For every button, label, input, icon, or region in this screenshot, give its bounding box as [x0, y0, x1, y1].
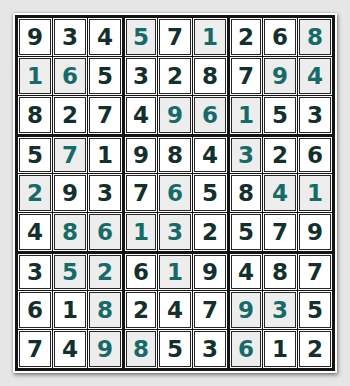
- cell-value: 9: [231, 292, 261, 328]
- cell-r6c5[interactable]: 3: [158, 213, 192, 251]
- cell-value: 3: [19, 255, 51, 289]
- cell-value: 2: [231, 19, 261, 55]
- cell-value: 3: [231, 138, 261, 172]
- cell-value: 3: [299, 97, 331, 133]
- page-background: 9345712681653287948274961535719843262937…: [0, 0, 350, 386]
- cell-r6c8[interactable]: 7: [263, 213, 297, 251]
- cell-r5c6[interactable]: 5: [193, 174, 227, 212]
- sudoku-board-card: 9345712681653287948274961535719843262937…: [13, 13, 337, 373]
- cell-value: 9: [89, 331, 121, 367]
- cell-r9c9[interactable]: 2: [298, 330, 332, 368]
- cell-r2c5[interactable]: 2: [158, 57, 192, 95]
- cell-r1c3[interactable]: 4: [88, 18, 122, 56]
- sudoku-grid: 9345712681653287948274961535719843262937…: [15, 15, 335, 371]
- cell-r1c4[interactable]: 5: [123, 18, 157, 56]
- cell-value: 2: [194, 214, 226, 250]
- cell-r5c4[interactable]: 7: [123, 174, 157, 212]
- cell-r4c4[interactable]: 9: [123, 135, 157, 173]
- cell-value: 9: [194, 255, 226, 289]
- cell-r6c2[interactable]: 8: [53, 213, 87, 251]
- cell-r1c1[interactable]: 9: [18, 18, 52, 56]
- cell-r7c7[interactable]: 4: [228, 252, 262, 290]
- cell-value: 4: [54, 331, 86, 367]
- cell-value: 8: [299, 19, 331, 55]
- cell-r5c9[interactable]: 1: [298, 174, 332, 212]
- cell-value: 5: [194, 175, 226, 211]
- cell-value: 4: [194, 138, 226, 172]
- cell-value: 7: [264, 214, 296, 250]
- cell-r8c6[interactable]: 7: [193, 291, 227, 329]
- cell-r9c3[interactable]: 9: [88, 330, 122, 368]
- cell-r5c8[interactable]: 4: [263, 174, 297, 212]
- cell-r9c1[interactable]: 7: [18, 330, 52, 368]
- cell-value: 7: [194, 292, 226, 328]
- cell-r4c1[interactable]: 5: [18, 135, 52, 173]
- cell-r3c6[interactable]: 6: [193, 96, 227, 134]
- cell-value: 9: [126, 138, 156, 172]
- cell-r9c8[interactable]: 1: [263, 330, 297, 368]
- cell-r9c2[interactable]: 4: [53, 330, 87, 368]
- cell-value: 8: [126, 331, 156, 367]
- cell-r9c6[interactable]: 3: [193, 330, 227, 368]
- cell-r2c3[interactable]: 5: [88, 57, 122, 95]
- cell-value: 6: [299, 138, 331, 172]
- cell-value: 7: [89, 97, 121, 133]
- cell-r5c7[interactable]: 8: [228, 174, 262, 212]
- cell-value: 3: [264, 292, 296, 328]
- cell-r9c7[interactable]: 6: [228, 330, 262, 368]
- cell-value: 1: [231, 97, 261, 133]
- cell-r4c5[interactable]: 8: [158, 135, 192, 173]
- cell-value: 8: [54, 214, 86, 250]
- cell-r7c8[interactable]: 8: [263, 252, 297, 290]
- cell-r6c9[interactable]: 9: [298, 213, 332, 251]
- cell-r6c3[interactable]: 6: [88, 213, 122, 251]
- cell-r8c7[interactable]: 9: [228, 291, 262, 329]
- cell-value: 4: [19, 214, 51, 250]
- cell-value: 5: [126, 19, 156, 55]
- cell-value: 3: [194, 331, 226, 367]
- cell-r5c2[interactable]: 9: [53, 174, 87, 212]
- cell-r2c4[interactable]: 3: [123, 57, 157, 95]
- cell-r8c1[interactable]: 6: [18, 291, 52, 329]
- cell-value: 9: [19, 19, 51, 55]
- cell-value: 6: [194, 97, 226, 133]
- cell-r7c6[interactable]: 9: [193, 252, 227, 290]
- cell-value: 6: [54, 58, 86, 94]
- cell-r9c4[interactable]: 8: [123, 330, 157, 368]
- cell-r4c2[interactable]: 7: [53, 135, 87, 173]
- cell-r6c4[interactable]: 1: [123, 213, 157, 251]
- cell-value: 1: [299, 175, 331, 211]
- cell-value: 7: [54, 138, 86, 172]
- cell-value: 1: [89, 138, 121, 172]
- cell-r7c4[interactable]: 6: [123, 252, 157, 290]
- cell-value: 2: [54, 97, 86, 133]
- cell-value: 9: [159, 97, 191, 133]
- cell-value: 8: [89, 292, 121, 328]
- cell-value: 3: [54, 19, 86, 55]
- cell-r5c5[interactable]: 6: [158, 174, 192, 212]
- cell-r1c5[interactable]: 7: [158, 18, 192, 56]
- cell-value: 3: [89, 175, 121, 211]
- cell-r4c6[interactable]: 4: [193, 135, 227, 173]
- cell-r6c7[interactable]: 5: [228, 213, 262, 251]
- cell-value: 8: [194, 58, 226, 94]
- cell-r8c2[interactable]: 1: [53, 291, 87, 329]
- cell-value: 7: [299, 255, 331, 289]
- cell-value: 6: [19, 292, 51, 328]
- cell-value: 3: [126, 58, 156, 94]
- cell-value: 5: [159, 331, 191, 367]
- cell-r3c5[interactable]: 9: [158, 96, 192, 134]
- cell-r7c9[interactable]: 7: [298, 252, 332, 290]
- cell-r8c4[interactable]: 2: [123, 291, 157, 329]
- cell-value: 1: [126, 214, 156, 250]
- cell-value: 4: [126, 97, 156, 133]
- cell-r3c7[interactable]: 1: [228, 96, 262, 134]
- cell-r1c7[interactable]: 2: [228, 18, 262, 56]
- cell-value: 6: [89, 214, 121, 250]
- cell-value: 6: [231, 331, 261, 367]
- cell-r7c3[interactable]: 2: [88, 252, 122, 290]
- cell-value: 4: [89, 19, 121, 55]
- cell-r4c3[interactable]: 1: [88, 135, 122, 173]
- cell-value: 2: [264, 138, 296, 172]
- cell-value: 8: [264, 255, 296, 289]
- cell-value: 1: [194, 19, 226, 55]
- cell-value: 7: [159, 19, 191, 55]
- cell-r6c1[interactable]: 4: [18, 213, 52, 251]
- cell-r8c3[interactable]: 8: [88, 291, 122, 329]
- cell-value: 2: [19, 175, 51, 211]
- cell-value: 8: [159, 138, 191, 172]
- cell-value: 4: [264, 175, 296, 211]
- cell-r7c1[interactable]: 3: [18, 252, 52, 290]
- cell-value: 5: [299, 292, 331, 328]
- cell-value: 2: [89, 255, 121, 289]
- cell-r2c7[interactable]: 7: [228, 57, 262, 95]
- cell-value: 9: [299, 214, 331, 250]
- cell-r6c6[interactable]: 2: [193, 213, 227, 251]
- cell-value: 4: [231, 255, 261, 289]
- cell-value: 8: [231, 175, 261, 211]
- cell-r8c5[interactable]: 4: [158, 291, 192, 329]
- cell-r8c8[interactable]: 3: [263, 291, 297, 329]
- cell-value: 6: [264, 19, 296, 55]
- cell-value: 3: [159, 214, 191, 250]
- cell-r2c1[interactable]: 1: [18, 57, 52, 95]
- cell-value: 5: [264, 97, 296, 133]
- cell-r8c9[interactable]: 5: [298, 291, 332, 329]
- cell-value: 2: [126, 292, 156, 328]
- cell-r3c2[interactable]: 2: [53, 96, 87, 134]
- cell-r4c8[interactable]: 2: [263, 135, 297, 173]
- cell-r5c3[interactable]: 3: [88, 174, 122, 212]
- cell-r4c9[interactable]: 6: [298, 135, 332, 173]
- cell-r7c2[interactable]: 5: [53, 252, 87, 290]
- cell-value: 7: [231, 58, 261, 94]
- cell-value: 7: [19, 331, 51, 367]
- cell-r2c9[interactable]: 4: [298, 57, 332, 95]
- cell-value: 5: [19, 138, 51, 172]
- cell-r2c6[interactable]: 8: [193, 57, 227, 95]
- cell-value: 5: [54, 255, 86, 289]
- cell-value: 2: [159, 58, 191, 94]
- cell-r4c7[interactable]: 3: [228, 135, 262, 173]
- cell-value: 4: [299, 58, 331, 94]
- cell-value: 1: [264, 331, 296, 367]
- cell-r1c6[interactable]: 1: [193, 18, 227, 56]
- cell-value: 9: [54, 175, 86, 211]
- cell-value: 5: [231, 214, 261, 250]
- cell-value: 1: [54, 292, 86, 328]
- cell-r3c9[interactable]: 3: [298, 96, 332, 134]
- cell-r9c5[interactable]: 5: [158, 330, 192, 368]
- cell-value: 6: [159, 175, 191, 211]
- cell-r1c9[interactable]: 8: [298, 18, 332, 56]
- cell-r3c8[interactable]: 5: [263, 96, 297, 134]
- cell-r2c2[interactable]: 6: [53, 57, 87, 95]
- cell-value: 4: [159, 292, 191, 328]
- cell-value: 1: [159, 255, 191, 289]
- cell-r1c8[interactable]: 6: [263, 18, 297, 56]
- cell-value: 1: [19, 58, 51, 94]
- cell-value: 6: [126, 255, 156, 289]
- cell-r7c5[interactable]: 1: [158, 252, 192, 290]
- cell-value: 9: [264, 58, 296, 94]
- cell-r2c8[interactable]: 9: [263, 57, 297, 95]
- cell-r3c4[interactable]: 4: [123, 96, 157, 134]
- cell-value: 7: [126, 175, 156, 211]
- cell-r1c2[interactable]: 3: [53, 18, 87, 56]
- cell-value: 2: [299, 331, 331, 367]
- cell-r5c1[interactable]: 2: [18, 174, 52, 212]
- cell-r3c1[interactable]: 8: [18, 96, 52, 134]
- cell-value: 5: [89, 58, 121, 94]
- cell-value: 8: [19, 97, 51, 133]
- cell-r3c3[interactable]: 7: [88, 96, 122, 134]
